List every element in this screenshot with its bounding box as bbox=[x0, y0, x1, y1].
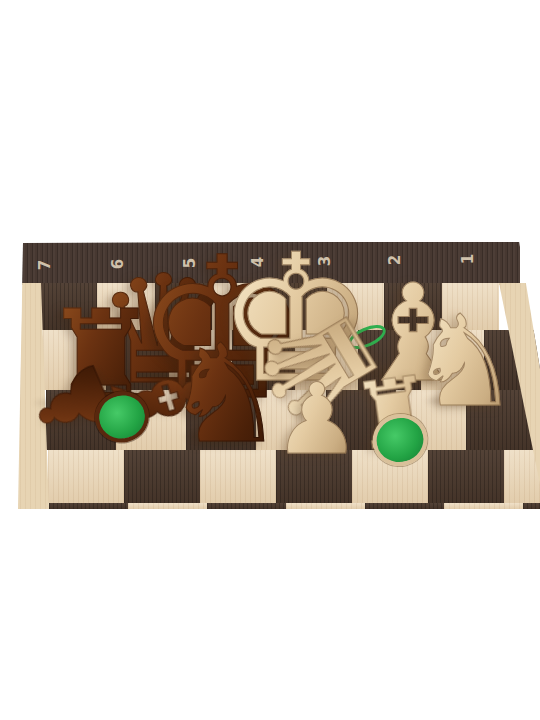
square bbox=[49, 503, 128, 509]
square bbox=[365, 503, 444, 509]
square bbox=[128, 503, 207, 509]
rank-label-7: 7 bbox=[38, 260, 53, 270]
piece-white-pawn[interactable]: ♟ bbox=[273, 370, 361, 468]
chess-set-photo: 7654321 ♛♚♚♝♜♟♝♛♞♞♜♟ bbox=[0, 0, 540, 720]
piece-dark-knight[interactable]: ♞ bbox=[164, 326, 286, 462]
square bbox=[444, 503, 523, 509]
square bbox=[523, 503, 540, 509]
square bbox=[286, 503, 365, 509]
square bbox=[504, 450, 540, 503]
board-row-5 bbox=[49, 503, 540, 509]
square bbox=[207, 503, 286, 509]
